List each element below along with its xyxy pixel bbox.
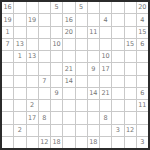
empty-cell-r1c11[interactable] bbox=[125, 2, 136, 13]
empty-cell-r12c7[interactable] bbox=[76, 137, 87, 148]
clue-cell-r12c8: 18 bbox=[88, 137, 99, 148]
empty-cell-r5c4[interactable] bbox=[39, 51, 50, 62]
clue-cell-r9c3: 2 bbox=[27, 100, 38, 111]
empty-cell-r11c8[interactable] bbox=[88, 125, 99, 136]
empty-cell-r1c6[interactable] bbox=[63, 2, 74, 13]
clue-cell-r3c12: 15 bbox=[137, 27, 148, 38]
empty-cell-r2c10[interactable] bbox=[112, 14, 123, 25]
clue-cell-r1c5: 5 bbox=[51, 2, 62, 13]
empty-cell-r11c6[interactable] bbox=[63, 125, 74, 136]
clue-cell-r1c7: 5 bbox=[76, 2, 87, 13]
empty-cell-r10c1[interactable] bbox=[2, 112, 13, 123]
empty-cell-r8c1[interactable] bbox=[2, 88, 13, 99]
empty-cell-r7c2[interactable] bbox=[14, 76, 25, 87]
empty-cell-r5c12[interactable] bbox=[137, 51, 148, 62]
empty-cell-r7c11[interactable] bbox=[125, 76, 136, 87]
empty-cell-r3c7[interactable] bbox=[76, 27, 87, 38]
empty-cell-r5c8[interactable] bbox=[88, 51, 99, 62]
empty-cell-r1c2[interactable] bbox=[14, 2, 25, 13]
empty-cell-r7c5[interactable] bbox=[51, 76, 62, 87]
clue-cell-r5c9: 10 bbox=[100, 51, 111, 62]
empty-cell-r12c9[interactable] bbox=[100, 137, 111, 148]
clue-cell-r2c12: 4 bbox=[137, 14, 148, 25]
empty-cell-r8c2[interactable] bbox=[14, 88, 25, 99]
empty-cell-r2c7[interactable] bbox=[76, 14, 87, 25]
empty-cell-r12c2[interactable] bbox=[14, 137, 25, 148]
empty-cell-r3c5[interactable] bbox=[51, 27, 62, 38]
clue-cell-r5c2: 1 bbox=[14, 51, 25, 62]
clue-cell-r2c1: 19 bbox=[2, 14, 13, 25]
clue-cell-r11c11: 12 bbox=[125, 125, 136, 136]
empty-cell-r1c10[interactable] bbox=[112, 2, 123, 13]
empty-cell-r3c3[interactable] bbox=[27, 27, 38, 38]
empty-cell-r9c7[interactable] bbox=[76, 100, 87, 111]
empty-cell-r1c3[interactable] bbox=[27, 2, 38, 13]
empty-cell-r1c9[interactable] bbox=[100, 2, 111, 13]
empty-cell-r11c9[interactable] bbox=[100, 125, 111, 136]
clue-cell-r3c6: 20 bbox=[63, 27, 74, 38]
clue-cell-r2c6: 16 bbox=[63, 14, 74, 25]
empty-cell-r3c10[interactable] bbox=[112, 27, 123, 38]
empty-cell-r4c3[interactable] bbox=[27, 39, 38, 50]
empty-cell-r11c12[interactable] bbox=[137, 125, 148, 136]
empty-cell-r8c11[interactable] bbox=[125, 88, 136, 99]
clue-cell-r1c1: 16 bbox=[2, 2, 13, 13]
empty-cell-r7c8[interactable] bbox=[88, 76, 99, 87]
empty-cell-r11c7[interactable] bbox=[76, 125, 87, 136]
clue-cell-r8c12: 6 bbox=[137, 88, 148, 99]
empty-cell-r2c11[interactable] bbox=[125, 14, 136, 25]
empty-cell-r2c5[interactable] bbox=[51, 14, 62, 25]
empty-cell-r6c4[interactable] bbox=[39, 63, 50, 74]
empty-cell-r10c8[interactable] bbox=[88, 112, 99, 123]
empty-cell-r9c9[interactable] bbox=[100, 100, 111, 111]
clue-cell-r11c2: 2 bbox=[14, 125, 25, 136]
empty-cell-r10c5[interactable] bbox=[51, 112, 62, 123]
empty-cell-r6c11[interactable] bbox=[125, 63, 136, 74]
clue-cell-r4c5: 10 bbox=[51, 39, 62, 50]
empty-cell-r10c7[interactable] bbox=[76, 112, 87, 123]
clue-cell-r10c9: 8 bbox=[100, 112, 111, 123]
empty-cell-r6c10[interactable] bbox=[112, 63, 123, 74]
clue-cell-r6c8: 9 bbox=[88, 63, 99, 74]
empty-cell-r9c6[interactable] bbox=[63, 100, 74, 111]
empty-cell-r10c11[interactable] bbox=[125, 112, 136, 123]
empty-cell-r12c10[interactable] bbox=[112, 137, 123, 148]
empty-cell-r7c3[interactable] bbox=[27, 76, 38, 87]
clue-cell-r3c1: 1 bbox=[2, 27, 13, 38]
clue-cell-r5c3: 13 bbox=[27, 51, 38, 62]
empty-cell-r5c6[interactable] bbox=[63, 51, 74, 62]
empty-cell-r11c5[interactable] bbox=[51, 125, 62, 136]
clue-cell-r6c9: 17 bbox=[100, 63, 111, 74]
empty-cell-r2c4[interactable] bbox=[39, 14, 50, 25]
empty-cell-r4c6[interactable] bbox=[63, 39, 74, 50]
clue-cell-r9c12: 11 bbox=[137, 100, 148, 111]
empty-cell-r12c11[interactable] bbox=[125, 137, 136, 148]
clue-cell-r4c1: 7 bbox=[2, 39, 13, 50]
empty-cell-r6c3[interactable] bbox=[27, 63, 38, 74]
empty-cell-r4c4[interactable] bbox=[39, 39, 50, 50]
empty-cell-r2c8[interactable] bbox=[88, 14, 99, 25]
clue-cell-r11c10: 3 bbox=[112, 125, 123, 136]
empty-cell-r4c9[interactable] bbox=[100, 39, 111, 50]
clue-cell-r8c5: 9 bbox=[51, 88, 62, 99]
clue-cell-r10c3: 17 bbox=[27, 112, 38, 123]
empty-cell-r1c4[interactable] bbox=[39, 2, 50, 13]
clue-cell-r4c12: 6 bbox=[137, 39, 148, 50]
clue-cell-r12c12: 3 bbox=[137, 137, 148, 148]
empty-cell-r9c11[interactable] bbox=[125, 100, 136, 111]
empty-cell-r9c2[interactable] bbox=[14, 100, 25, 111]
empty-cell-r10c10[interactable] bbox=[112, 112, 123, 123]
clue-cell-r12c5: 18 bbox=[51, 137, 62, 148]
empty-cell-r7c1[interactable] bbox=[2, 76, 13, 87]
empty-cell-r3c9[interactable] bbox=[100, 27, 111, 38]
empty-cell-r12c1[interactable] bbox=[2, 137, 13, 148]
empty-cell-r11c4[interactable] bbox=[39, 125, 50, 136]
empty-cell-r1c8[interactable] bbox=[88, 2, 99, 13]
empty-cell-r8c10[interactable] bbox=[112, 88, 123, 99]
empty-cell-r9c1[interactable] bbox=[2, 100, 13, 111]
empty-cell-r4c10[interactable] bbox=[112, 39, 123, 50]
empty-cell-r4c7[interactable] bbox=[76, 39, 87, 50]
empty-cell-r5c7[interactable] bbox=[76, 51, 87, 62]
empty-cell-r8c3[interactable] bbox=[27, 88, 38, 99]
empty-cell-r3c4[interactable] bbox=[39, 27, 50, 38]
clue-cell-r3c8: 11 bbox=[88, 27, 99, 38]
empty-cell-r7c9[interactable] bbox=[100, 76, 111, 87]
empty-cell-r6c2[interactable] bbox=[14, 63, 25, 74]
empty-cell-r5c5[interactable] bbox=[51, 51, 62, 62]
empty-cell-r10c12[interactable] bbox=[137, 112, 148, 123]
empty-cell-r5c10[interactable] bbox=[112, 51, 123, 62]
empty-cell-r6c12[interactable] bbox=[137, 63, 148, 74]
clue-cell-r8c9: 21 bbox=[100, 88, 111, 99]
empty-cell-r12c3[interactable] bbox=[27, 137, 38, 148]
empty-cell-r5c1[interactable] bbox=[2, 51, 13, 62]
empty-cell-r9c4[interactable] bbox=[39, 100, 50, 111]
empty-cell-r2c2[interactable] bbox=[14, 14, 25, 25]
clue-cell-r12c4: 12 bbox=[39, 137, 50, 148]
empty-cell-r10c2[interactable] bbox=[14, 112, 25, 123]
empty-cell-r7c12[interactable] bbox=[137, 76, 148, 87]
clue-cell-r4c2: 13 bbox=[14, 39, 25, 50]
empty-cell-r8c4[interactable] bbox=[39, 88, 50, 99]
clue-cell-r7c6: 14 bbox=[63, 76, 74, 87]
clue-cell-r8c8: 14 bbox=[88, 88, 99, 99]
puzzle-board: 1655201919164412011157131015611310219177… bbox=[0, 0, 150, 150]
empty-cell-r6c5[interactable] bbox=[51, 63, 62, 74]
clue-cell-r2c3: 19 bbox=[27, 14, 38, 25]
empty-cell-r9c10[interactable] bbox=[112, 100, 123, 111]
clue-cell-r2c9: 4 bbox=[100, 14, 111, 25]
empty-cell-r10c6[interactable] bbox=[63, 112, 74, 123]
empty-cell-r3c2[interactable] bbox=[14, 27, 25, 38]
empty-cell-r11c3[interactable] bbox=[27, 125, 38, 136]
empty-cell-r8c6[interactable] bbox=[63, 88, 74, 99]
empty-cell-r7c7[interactable] bbox=[76, 76, 87, 87]
empty-cell-r9c5[interactable] bbox=[51, 100, 62, 111]
empty-cell-r6c7[interactable] bbox=[76, 63, 87, 74]
empty-cell-r6c1[interactable] bbox=[2, 63, 13, 74]
empty-cell-r7c10[interactable] bbox=[112, 76, 123, 87]
clue-cell-r6c6: 21 bbox=[63, 63, 74, 74]
clue-cell-r10c4: 8 bbox=[39, 112, 50, 123]
clue-cell-r1c12: 20 bbox=[137, 2, 148, 13]
empty-cell-r4c8[interactable] bbox=[88, 39, 99, 50]
empty-cell-r3c11[interactable] bbox=[125, 27, 136, 38]
empty-cell-r5c11[interactable] bbox=[125, 51, 136, 62]
empty-cell-r11c1[interactable] bbox=[2, 125, 13, 136]
clue-cell-r7c4: 7 bbox=[39, 76, 50, 87]
empty-cell-r12c6[interactable] bbox=[63, 137, 74, 148]
empty-cell-r8c7[interactable] bbox=[76, 88, 87, 99]
empty-cell-r9c8[interactable] bbox=[88, 100, 99, 111]
clue-cell-r4c11: 15 bbox=[125, 39, 136, 50]
